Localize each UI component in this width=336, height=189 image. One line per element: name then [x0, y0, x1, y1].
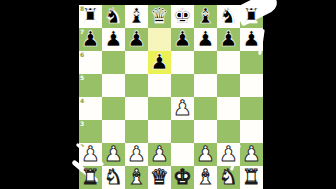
square-e5[interactable] [171, 74, 194, 97]
square-d8[interactable]: ♛ [148, 5, 171, 28]
piece-white-pawn[interactable]: ♟ [148, 143, 171, 166]
square-d7[interactable] [148, 28, 171, 51]
square-b7[interactable]: ♟ [102, 28, 125, 51]
chess-board: 8♜♞♝♛♚♝♞♜7♟♟♟♟♟♟♟6♟54♟32♟♟♟♟♟♟♟1♜♞♝♛♚♝♞♜ [79, 5, 263, 189]
square-c6[interactable] [125, 51, 148, 74]
square-h3[interactable] [240, 120, 263, 143]
square-a4[interactable]: 4 [79, 97, 102, 120]
square-f2[interactable]: ♟ [194, 143, 217, 166]
piece-black-pawn[interactable]: ♟ [217, 28, 240, 51]
square-f7[interactable]: ♟ [194, 28, 217, 51]
square-b3[interactable] [102, 120, 125, 143]
piece-black-king[interactable]: ♚ [171, 5, 194, 28]
square-h6[interactable] [240, 51, 263, 74]
square-c8[interactable]: ♝ [125, 5, 148, 28]
piece-white-rook[interactable]: ♜ [240, 166, 263, 189]
square-h1[interactable]: ♜ [240, 166, 263, 189]
square-c7[interactable]: ♟ [125, 28, 148, 51]
piece-white-pawn[interactable]: ♟ [79, 143, 102, 166]
square-h5[interactable] [240, 74, 263, 97]
square-h2[interactable]: ♟ [240, 143, 263, 166]
square-f4[interactable] [194, 97, 217, 120]
piece-white-pawn[interactable]: ♟ [194, 143, 217, 166]
square-g8[interactable]: ♞ [217, 5, 240, 28]
piece-black-pawn[interactable]: ♟ [79, 28, 102, 51]
square-b5[interactable] [102, 74, 125, 97]
piece-black-pawn[interactable]: ♟ [240, 28, 263, 51]
piece-white-rook[interactable]: ♜ [79, 166, 102, 189]
square-g5[interactable] [217, 74, 240, 97]
piece-white-pawn[interactable]: ♟ [102, 143, 125, 166]
square-e3[interactable] [171, 120, 194, 143]
square-e8[interactable]: ♚ [171, 5, 194, 28]
square-c3[interactable] [125, 120, 148, 143]
piece-white-bishop[interactable]: ♝ [125, 166, 148, 189]
square-c2[interactable]: ♟ [125, 143, 148, 166]
square-b4[interactable] [102, 97, 125, 120]
square-c5[interactable] [125, 74, 148, 97]
square-a7[interactable]: 7♟ [79, 28, 102, 51]
square-h4[interactable] [240, 97, 263, 120]
square-a1[interactable]: 1♜ [79, 166, 102, 189]
piece-white-queen[interactable]: ♛ [148, 166, 171, 189]
square-h7[interactable]: ♟ [240, 28, 263, 51]
piece-black-pawn[interactable]: ♟ [148, 51, 171, 74]
rank-label-4: 4 [80, 97, 84, 104]
square-b8[interactable]: ♞ [102, 5, 125, 28]
square-d5[interactable] [148, 74, 171, 97]
piece-black-rook[interactable]: ♜ [240, 5, 263, 28]
piece-white-knight[interactable]: ♞ [217, 166, 240, 189]
square-a2[interactable]: 2♟ [79, 143, 102, 166]
square-b2[interactable]: ♟ [102, 143, 125, 166]
square-c1[interactable]: ♝ [125, 166, 148, 189]
square-d1[interactable]: ♛ [148, 166, 171, 189]
square-d6[interactable]: ♟ [148, 51, 171, 74]
piece-white-pawn[interactable]: ♟ [217, 143, 240, 166]
square-e2[interactable] [171, 143, 194, 166]
piece-white-knight[interactable]: ♞ [102, 166, 125, 189]
square-f5[interactable] [194, 74, 217, 97]
piece-black-knight[interactable]: ♞ [102, 5, 125, 28]
square-a8[interactable]: 8♜ [79, 5, 102, 28]
square-g3[interactable] [217, 120, 240, 143]
thumbnail-stage: 8♜♞♝♛♚♝♞♜7♟♟♟♟♟♟♟6♟54♟32♟♟♟♟♟♟♟1♜♞♝♛♚♝♞♜ [0, 0, 336, 189]
square-d4[interactable] [148, 97, 171, 120]
square-d2[interactable]: ♟ [148, 143, 171, 166]
piece-black-queen[interactable]: ♛ [148, 5, 171, 28]
rank-label-6: 6 [80, 51, 84, 58]
square-b1[interactable]: ♞ [102, 166, 125, 189]
square-g1[interactable]: ♞ [217, 166, 240, 189]
square-e7[interactable]: ♟ [171, 28, 194, 51]
square-f6[interactable] [194, 51, 217, 74]
piece-white-bishop[interactable]: ♝ [194, 166, 217, 189]
piece-white-pawn[interactable]: ♟ [125, 143, 148, 166]
square-e4[interactable]: ♟ [171, 97, 194, 120]
square-d3[interactable] [148, 120, 171, 143]
square-f8[interactable]: ♝ [194, 5, 217, 28]
square-a6[interactable]: 6 [79, 51, 102, 74]
piece-black-pawn[interactable]: ♟ [125, 28, 148, 51]
square-g6[interactable] [217, 51, 240, 74]
square-e6[interactable] [171, 51, 194, 74]
square-f3[interactable] [194, 120, 217, 143]
piece-black-pawn[interactable]: ♟ [171, 28, 194, 51]
rank-label-5: 5 [80, 74, 84, 81]
square-e1[interactable]: ♚ [171, 166, 194, 189]
rank-label-3: 3 [80, 120, 84, 127]
square-c4[interactable] [125, 97, 148, 120]
square-a5[interactable]: 5 [79, 74, 102, 97]
piece-black-knight[interactable]: ♞ [217, 5, 240, 28]
piece-black-pawn[interactable]: ♟ [194, 28, 217, 51]
square-b6[interactable] [102, 51, 125, 74]
square-f1[interactable]: ♝ [194, 166, 217, 189]
piece-black-bishop[interactable]: ♝ [125, 5, 148, 28]
piece-white-pawn[interactable]: ♟ [240, 143, 263, 166]
square-g4[interactable] [217, 97, 240, 120]
square-g7[interactable]: ♟ [217, 28, 240, 51]
piece-white-pawn[interactable]: ♟ [171, 97, 194, 120]
piece-black-bishop[interactable]: ♝ [194, 5, 217, 28]
piece-white-king[interactable]: ♚ [171, 166, 194, 189]
piece-black-rook[interactable]: ♜ [79, 5, 102, 28]
piece-black-pawn[interactable]: ♟ [102, 28, 125, 51]
square-a3[interactable]: 3 [79, 120, 102, 143]
square-h8[interactable]: ♜ [240, 5, 263, 28]
square-g2[interactable]: ♟ [217, 143, 240, 166]
